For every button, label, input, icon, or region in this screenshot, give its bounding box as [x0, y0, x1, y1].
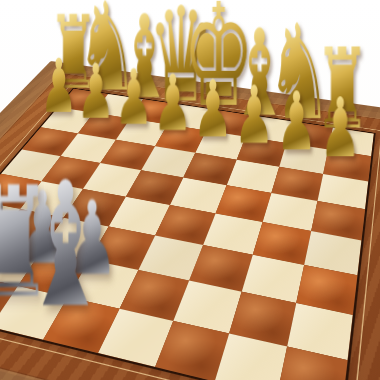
chess-case-3d: ♜♞♝♛♚♝♞♜♟♟♟♟♟♟♟♟♟♟♟♟♜♞♜♝ [0, 61, 380, 380]
chess-piece-gold-pawn-b7[interactable]: ♟ [77, 54, 115, 129]
chess-piece-gold-pawn-e7[interactable]: ♟ [193, 70, 233, 149]
chess-piece-gold-pawn-f7[interactable]: ♟ [234, 75, 274, 155]
chess-piece-gold-pawn-d7[interactable]: ♟ [153, 64, 192, 141]
chess-piece-silver-bishop-d1[interactable]: ♝ [22, 159, 109, 331]
piece-anchor-h7: ♟ [321, 148, 369, 180]
perspective-viewport: ♜♞♝♛♚♝♞♜♟♟♟♟♟♟♟♟♟♟♟♟♜♞♜♝ [0, 0, 380, 380]
chess-piece-gold-pawn-a7[interactable]: ♟ [40, 49, 78, 123]
scene-product-photo: ♜♞♝♛♚♝♞♜♟♟♟♟♟♟♟♟♟♟♟♟♜♞♜♝ [0, 0, 380, 380]
piece-layer: ♜♞♝♛♚♝♞♜♟♟♟♟♟♟♟♟♟♟♟♟♜♞♜♝ [0, 88, 372, 380]
chess-piece-gold-pawn-c7[interactable]: ♟ [114, 59, 153, 135]
chess-piece-gold-pawn-g7[interactable]: ♟ [276, 81, 317, 162]
chess-piece-gold-pawn-h7[interactable]: ♟ [319, 87, 360, 169]
